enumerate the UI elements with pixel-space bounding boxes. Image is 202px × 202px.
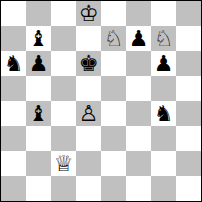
square-c1[interactable] — [51, 176, 76, 201]
square-e6[interactable] — [101, 51, 126, 76]
square-c3[interactable] — [51, 126, 76, 151]
square-d4[interactable]: ♙ — [76, 101, 101, 126]
square-d1[interactable] — [76, 176, 101, 201]
black-knight-g4: ♞ — [154, 101, 174, 126]
black-pawn-g6: ♟ — [154, 51, 174, 76]
square-b6[interactable]: ♟ — [26, 51, 51, 76]
square-a5[interactable] — [1, 76, 26, 101]
square-h4[interactable] — [176, 101, 201, 126]
square-a6[interactable]: ♞ — [1, 51, 26, 76]
white-pawn-d4: ♙ — [79, 101, 99, 126]
square-f4[interactable] — [126, 101, 151, 126]
black-knight-a6: ♞ — [4, 51, 24, 76]
square-d6[interactable]: ♚ — [76, 51, 101, 76]
square-g4[interactable]: ♞ — [151, 101, 176, 126]
square-b5[interactable] — [26, 76, 51, 101]
square-a7[interactable] — [1, 26, 26, 51]
square-g1[interactable] — [151, 176, 176, 201]
square-c5[interactable] — [51, 76, 76, 101]
square-b3[interactable] — [26, 126, 51, 151]
square-e4[interactable] — [101, 101, 126, 126]
square-h7[interactable] — [176, 26, 201, 51]
square-e2[interactable] — [101, 151, 126, 176]
square-a2[interactable] — [1, 151, 26, 176]
square-c2[interactable]: ♕ — [51, 151, 76, 176]
square-e7[interactable]: ♘ — [101, 26, 126, 51]
square-g6[interactable]: ♟ — [151, 51, 176, 76]
square-f7[interactable]: ♟ — [126, 26, 151, 51]
square-a8[interactable] — [1, 1, 26, 26]
square-d2[interactable] — [76, 151, 101, 176]
square-e8[interactable] — [101, 1, 126, 26]
black-pawn-b6: ♟ — [29, 51, 49, 76]
square-a3[interactable] — [1, 126, 26, 151]
square-c7[interactable] — [51, 26, 76, 51]
square-c8[interactable] — [51, 1, 76, 26]
square-g8[interactable] — [151, 1, 176, 26]
black-bishop-b4: ♝ — [29, 101, 49, 126]
white-queen-c2: ♕ — [54, 151, 74, 176]
square-g7[interactable]: ♘ — [151, 26, 176, 51]
square-h1[interactable] — [176, 176, 201, 201]
square-h6[interactable] — [176, 51, 201, 76]
square-e3[interactable] — [101, 126, 126, 151]
square-e1[interactable] — [101, 176, 126, 201]
square-f1[interactable] — [126, 176, 151, 201]
square-d3[interactable] — [76, 126, 101, 151]
chess-board: ♔♝♘♟♘♞♟♚♟♝♙♞♕ — [0, 0, 202, 202]
square-f5[interactable] — [126, 76, 151, 101]
square-b1[interactable] — [26, 176, 51, 201]
square-a1[interactable] — [1, 176, 26, 201]
square-h2[interactable] — [176, 151, 201, 176]
white-knight-g7: ♘ — [154, 26, 174, 51]
black-king-d6: ♚ — [79, 51, 99, 76]
black-pawn-f7: ♟ — [129, 26, 149, 51]
square-b8[interactable] — [26, 1, 51, 26]
square-g5[interactable] — [151, 76, 176, 101]
white-knight-e7: ♘ — [104, 26, 124, 51]
square-f8[interactable] — [126, 1, 151, 26]
square-c6[interactable] — [51, 51, 76, 76]
square-f3[interactable] — [126, 126, 151, 151]
square-e5[interactable] — [101, 76, 126, 101]
square-g3[interactable] — [151, 126, 176, 151]
square-c4[interactable] — [51, 101, 76, 126]
square-d5[interactable] — [76, 76, 101, 101]
square-g2[interactable] — [151, 151, 176, 176]
square-f2[interactable] — [126, 151, 151, 176]
black-bishop-b7: ♝ — [29, 26, 49, 51]
square-f6[interactable] — [126, 51, 151, 76]
white-king-d8: ♔ — [79, 1, 99, 26]
square-d8[interactable]: ♔ — [76, 1, 101, 26]
square-b4[interactable]: ♝ — [26, 101, 51, 126]
square-d7[interactable] — [76, 26, 101, 51]
square-b2[interactable] — [26, 151, 51, 176]
square-h3[interactable] — [176, 126, 201, 151]
square-a4[interactable] — [1, 101, 26, 126]
square-b7[interactable]: ♝ — [26, 26, 51, 51]
square-h8[interactable] — [176, 1, 201, 26]
square-h5[interactable] — [176, 76, 201, 101]
